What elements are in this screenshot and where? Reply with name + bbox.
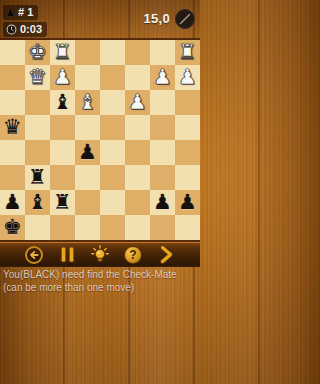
hint-button[interactable] — [90, 245, 110, 265]
square-b7[interactable]: ♟ — [150, 190, 175, 215]
timer-badge: 0:03 — [3, 22, 47, 37]
square-c4[interactable] — [125, 115, 150, 140]
square-f4[interactable] — [50, 115, 75, 140]
square-g5[interactable] — [25, 140, 50, 165]
square-d2[interactable] — [100, 65, 125, 90]
square-a3[interactable] — [175, 90, 200, 115]
lightbulb-icon — [90, 245, 110, 265]
square-f3[interactable]: ♝ — [50, 90, 75, 115]
square-g4[interactable] — [25, 115, 50, 140]
square-h3[interactable] — [0, 90, 25, 115]
square-d7[interactable] — [100, 190, 125, 215]
square-c6[interactable] — [125, 165, 150, 190]
status-message: You(BLACK) need find the Check-Mate (can… — [3, 268, 197, 294]
square-d4[interactable] — [100, 115, 125, 140]
square-f2[interactable]: ♟ — [50, 65, 75, 90]
square-f7[interactable]: ♜ — [50, 190, 75, 215]
pause-button[interactable] — [57, 245, 77, 265]
chevron-right-icon — [159, 245, 174, 264]
square-b2[interactable]: ♟ — [150, 65, 175, 90]
score-dial-icon — [174, 8, 196, 30]
square-b3[interactable] — [150, 90, 175, 115]
score-value: 15,0 — [143, 11, 170, 26]
square-h5[interactable] — [0, 140, 25, 165]
square-b4[interactable] — [150, 115, 175, 140]
square-c3[interactable]: ♟ — [125, 90, 150, 115]
square-h4[interactable]: ♛ — [0, 115, 25, 140]
pawn-icon: ♟ — [6, 8, 15, 18]
square-e4[interactable] — [75, 115, 100, 140]
question-icon: ? — [124, 246, 142, 264]
square-d1[interactable] — [100, 40, 125, 65]
square-h1[interactable] — [0, 40, 25, 65]
piece-white-pawn[interactable]: ♟ — [150, 65, 175, 90]
square-b6[interactable] — [150, 165, 175, 190]
piece-black-rook[interactable]: ♜ — [25, 165, 50, 190]
square-f5[interactable] — [50, 140, 75, 165]
square-h6[interactable] — [0, 165, 25, 190]
piece-black-queen[interactable]: ♛ — [0, 115, 25, 140]
piece-white-bishop[interactable]: ♝ — [75, 90, 100, 115]
square-c2[interactable] — [125, 65, 150, 90]
help-button[interactable]: ? — [123, 245, 143, 265]
status-line2: (can be more than one move) — [3, 281, 197, 294]
square-g7[interactable]: ♝ — [25, 190, 50, 215]
piece-white-pawn[interactable]: ♟ — [125, 90, 150, 115]
square-g3[interactable] — [25, 90, 50, 115]
square-e2[interactable] — [75, 65, 100, 90]
square-h7[interactable]: ♟ — [0, 190, 25, 215]
square-b8[interactable] — [150, 215, 175, 240]
piece-white-pawn[interactable]: ♟ — [50, 65, 75, 90]
square-a6[interactable] — [175, 165, 200, 190]
piece-black-bishop[interactable]: ♝ — [50, 90, 75, 115]
toolbar: ? — [0, 242, 200, 267]
square-g2[interactable]: ♛ — [25, 65, 50, 90]
square-c7[interactable] — [125, 190, 150, 215]
square-e6[interactable] — [75, 165, 100, 190]
piece-black-pawn[interactable]: ♟ — [150, 190, 175, 215]
square-e7[interactable] — [75, 190, 100, 215]
square-h8[interactable]: ♚ — [0, 215, 25, 240]
square-d3[interactable] — [100, 90, 125, 115]
piece-white-rook[interactable]: ♜ — [175, 40, 200, 65]
square-c8[interactable] — [125, 215, 150, 240]
piece-white-king[interactable]: ♚ — [25, 40, 50, 65]
puzzle-number-badge: ♟ # 1 — [3, 5, 38, 20]
status-line1: You(BLACK) need find the Check-Mate — [3, 268, 197, 281]
header-bar: ♟ # 1 0:03 15,0 — [0, 0, 200, 40]
square-e5[interactable]: ♟ — [75, 140, 100, 165]
clock-icon — [6, 24, 17, 35]
square-b1[interactable] — [150, 40, 175, 65]
pause-icon — [59, 245, 76, 264]
square-f1[interactable]: ♜ — [50, 40, 75, 65]
square-a5[interactable] — [175, 140, 200, 165]
chess-board[interactable]: ♚♜♜♛♟♟♟♝♝♟♛♟♜♟♝♜♟♟♚ — [0, 40, 200, 240]
piece-black-pawn[interactable]: ♟ — [175, 190, 200, 215]
square-f6[interactable] — [50, 165, 75, 190]
piece-black-rook[interactable]: ♜ — [50, 190, 75, 215]
piece-black-bishop[interactable]: ♝ — [25, 190, 50, 215]
piece-white-rook[interactable]: ♜ — [50, 40, 75, 65]
piece-white-pawn[interactable]: ♟ — [175, 65, 200, 90]
square-e8[interactable] — [75, 215, 100, 240]
piece-black-king[interactable]: ♚ — [0, 215, 25, 240]
square-d6[interactable] — [100, 165, 125, 190]
square-a1[interactable]: ♜ — [175, 40, 200, 65]
next-button[interactable] — [156, 245, 176, 265]
timer-label: 0:03 — [20, 23, 42, 36]
left-arrow-icon — [24, 245, 44, 265]
square-a8[interactable] — [175, 215, 200, 240]
square-a4[interactable] — [175, 115, 200, 140]
square-g6[interactable]: ♜ — [25, 165, 50, 190]
square-c1[interactable] — [125, 40, 150, 65]
square-d8[interactable] — [100, 215, 125, 240]
piece-black-pawn[interactable]: ♟ — [0, 190, 25, 215]
back-button[interactable] — [24, 245, 44, 265]
square-e1[interactable] — [75, 40, 100, 65]
piece-white-queen[interactable]: ♛ — [25, 65, 50, 90]
puzzle-number-label: # 1 — [18, 6, 33, 19]
square-a7[interactable]: ♟ — [175, 190, 200, 215]
square-g1[interactable]: ♚ — [25, 40, 50, 65]
square-c5[interactable] — [125, 140, 150, 165]
square-d5[interactable] — [100, 140, 125, 165]
square-f8[interactable] — [50, 215, 75, 240]
square-a2[interactable]: ♟ — [175, 65, 200, 90]
square-h2[interactable] — [0, 65, 25, 90]
square-b5[interactable] — [150, 140, 175, 165]
square-e3[interactable]: ♝ — [75, 90, 100, 115]
piece-black-pawn[interactable]: ♟ — [75, 140, 100, 165]
square-g8[interactable] — [25, 215, 50, 240]
